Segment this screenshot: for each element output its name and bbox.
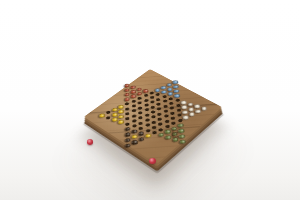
- peg-blue[interactable]: [167, 87, 173, 91]
- hole[interactable]: [176, 104, 180, 107]
- hole[interactable]: [163, 105, 167, 108]
- peg-yellow[interactable]: [118, 105, 124, 109]
- peg-white[interactable]: [188, 107, 194, 111]
- hole[interactable]: [126, 117, 130, 120]
- hole[interactable]: [178, 119, 182, 122]
- hole[interactable]: [125, 107, 129, 110]
- hole[interactable]: [169, 97, 173, 100]
- photo-scene: [0, 0, 300, 200]
- peg-red[interactable]: [143, 89, 149, 93]
- hole[interactable]: [171, 122, 175, 125]
- hole[interactable]: [164, 115, 168, 118]
- hole[interactable]: [157, 113, 161, 116]
- peg-red[interactable]: [124, 93, 129, 97]
- peg-red[interactable]: [124, 84, 129, 88]
- peg-black[interactable]: [138, 131, 144, 136]
- peg-green[interactable]: [165, 135, 171, 140]
- hole[interactable]: [152, 131, 156, 134]
- peg-yellow[interactable]: [118, 110, 124, 114]
- hole[interactable]: [169, 102, 173, 105]
- peg-yellow[interactable]: [112, 118, 118, 122]
- hole[interactable]: [156, 93, 160, 96]
- peg-blue[interactable]: [172, 80, 178, 84]
- peg-black[interactable]: [138, 137, 144, 142]
- hole[interactable]: [138, 106, 142, 109]
- hole[interactable]: [144, 108, 148, 111]
- peg-blue[interactable]: [167, 92, 173, 96]
- hole[interactable]: [170, 107, 174, 110]
- hole[interactable]: [145, 124, 149, 127]
- hole[interactable]: [150, 96, 154, 99]
- peg-yellow[interactable]: [132, 135, 138, 140]
- hole[interactable]: [176, 109, 180, 112]
- peg-green[interactable]: [179, 134, 185, 139]
- peg-white[interactable]: [189, 112, 195, 116]
- peg-blue[interactable]: [173, 85, 179, 89]
- hole[interactable]: [139, 121, 143, 124]
- hole[interactable]: [132, 114, 136, 117]
- hole[interactable]: [162, 95, 166, 98]
- peg-blue[interactable]: [167, 83, 173, 87]
- hole[interactable]: [144, 104, 148, 107]
- hole[interactable]: [165, 120, 169, 123]
- hole[interactable]: [138, 102, 142, 105]
- peg-blue[interactable]: [161, 90, 167, 94]
- hole[interactable]: [145, 113, 149, 116]
- hole[interactable]: [106, 116, 110, 119]
- peg-black[interactable]: [125, 143, 131, 148]
- hole[interactable]: [151, 115, 155, 118]
- hole[interactable]: [151, 111, 155, 114]
- peg-white[interactable]: [195, 109, 201, 113]
- peg-blue[interactable]: [161, 86, 167, 90]
- peg-green[interactable]: [158, 133, 164, 138]
- hole[interactable]: [151, 106, 155, 109]
- peg-white[interactable]: [194, 104, 200, 108]
- rubber-foot-left: [87, 139, 93, 145]
- hole[interactable]: [159, 128, 163, 131]
- peg-white[interactable]: [183, 115, 189, 119]
- peg-blue[interactable]: [173, 89, 179, 93]
- peg-yellow[interactable]: [99, 113, 105, 117]
- hole[interactable]: [177, 114, 181, 117]
- hole[interactable]: [158, 123, 162, 126]
- peg-black[interactable]: [125, 132, 131, 137]
- hole[interactable]: [170, 112, 174, 115]
- peg-white[interactable]: [181, 100, 187, 104]
- peg-yellow[interactable]: [112, 113, 118, 117]
- hole[interactable]: [126, 122, 130, 125]
- hole[interactable]: [146, 129, 150, 132]
- hole[interactable]: [150, 101, 154, 104]
- hole[interactable]: [163, 100, 167, 103]
- peg-green[interactable]: [165, 130, 171, 135]
- peg-green[interactable]: [177, 123, 183, 127]
- peg-red[interactable]: [137, 92, 143, 96]
- hole[interactable]: [132, 125, 136, 128]
- hole[interactable]: [152, 121, 156, 124]
- hole[interactable]: [106, 111, 110, 114]
- hole[interactable]: [132, 100, 136, 103]
- hole[interactable]: [150, 92, 154, 95]
- game-board: [84, 69, 222, 164]
- hole[interactable]: [125, 103, 129, 106]
- peg-red[interactable]: [131, 95, 136, 99]
- hole[interactable]: [152, 126, 156, 129]
- peg-yellow[interactable]: [112, 108, 118, 112]
- hole[interactable]: [144, 99, 148, 102]
- hole[interactable]: [138, 111, 142, 114]
- peg-black[interactable]: [132, 140, 138, 145]
- hole[interactable]: [138, 116, 142, 119]
- peg-green[interactable]: [178, 129, 184, 134]
- rubber-foot-front: [149, 158, 156, 164]
- peg-blue[interactable]: [155, 88, 161, 92]
- peg-yellow[interactable]: [118, 120, 124, 124]
- peg-red[interactable]: [124, 88, 129, 92]
- peg-red[interactable]: [130, 86, 135, 90]
- peg-black[interactable]: [125, 138, 131, 143]
- peg-white[interactable]: [182, 105, 188, 109]
- hole[interactable]: [157, 103, 161, 106]
- peg-yellow[interactable]: [145, 134, 151, 139]
- peg-red[interactable]: [136, 87, 141, 91]
- peg-white[interactable]: [201, 106, 207, 110]
- peg-red[interactable]: [124, 97, 129, 101]
- star-grid: [103, 78, 208, 152]
- hole[interactable]: [157, 108, 161, 111]
- hole[interactable]: [164, 110, 168, 113]
- peg-black[interactable]: [131, 129, 137, 134]
- hole[interactable]: [171, 117, 175, 120]
- hole[interactable]: [139, 127, 143, 130]
- brand-stamp-mark: [172, 129, 179, 140]
- hole[interactable]: [165, 125, 169, 128]
- hole[interactable]: [158, 118, 162, 121]
- peg-blue[interactable]: [174, 94, 180, 98]
- hole[interactable]: [132, 119, 136, 122]
- peg-white[interactable]: [182, 110, 188, 114]
- hole[interactable]: [175, 99, 179, 102]
- peg-black[interactable]: [125, 127, 131, 131]
- peg-green[interactable]: [179, 139, 185, 144]
- hole[interactable]: [138, 97, 142, 100]
- hole[interactable]: [125, 112, 129, 115]
- peg-yellow[interactable]: [118, 115, 124, 119]
- peg-white[interactable]: [188, 102, 194, 106]
- hole[interactable]: [132, 105, 136, 108]
- hole[interactable]: [156, 98, 160, 101]
- hole[interactable]: [132, 109, 136, 112]
- hole[interactable]: [145, 118, 149, 121]
- hole[interactable]: [144, 94, 148, 97]
- peg-red[interactable]: [131, 90, 136, 94]
